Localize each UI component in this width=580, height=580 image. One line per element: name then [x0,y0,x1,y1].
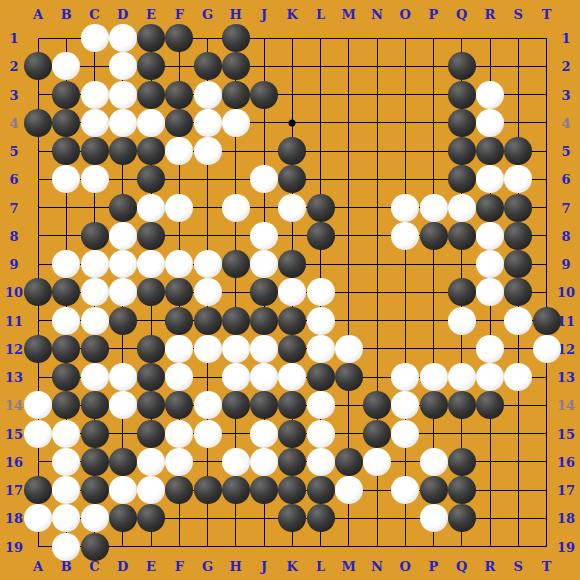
stone-white-D8[interactable] [109,222,137,250]
stone-white-H13[interactable] [222,363,250,391]
stone-white-B15[interactable] [52,420,80,448]
stone-black-P17[interactable] [420,476,448,504]
stone-white-F15[interactable] [165,420,193,448]
col-label-top-R: R [485,8,496,21]
stone-white-C1[interactable] [81,24,109,52]
row-label-left-6: 6 [9,173,18,186]
row-label-left-3: 3 [9,88,18,101]
stone-black-J10[interactable] [250,278,278,306]
stone-black-Q6[interactable] [448,165,476,193]
row-label-right-4: 4 [561,116,570,129]
stone-black-M16[interactable] [335,448,363,476]
stone-white-H4[interactable] [222,109,250,137]
stone-black-D11[interactable] [109,307,137,335]
stone-black-J11[interactable] [250,307,278,335]
stone-black-P8[interactable] [420,222,448,250]
stone-black-K15[interactable] [278,420,306,448]
row-label-right-3: 3 [561,88,570,101]
stone-black-K11[interactable] [278,307,306,335]
stone-white-O17[interactable] [391,476,419,504]
stone-white-J8[interactable] [250,222,278,250]
stone-black-C16[interactable] [81,448,109,476]
stone-white-H7[interactable] [222,194,250,222]
stone-white-L11[interactable] [307,307,335,335]
stone-white-C13[interactable] [81,363,109,391]
stone-black-C14[interactable] [81,391,109,419]
stone-black-K9[interactable] [278,250,306,278]
col-label-bottom-K: K [287,560,298,573]
stone-black-C15[interactable] [81,420,109,448]
col-label-top-Q: Q [456,8,467,21]
col-label-bottom-N: N [371,560,383,573]
stone-white-H12[interactable] [222,335,250,363]
stone-white-E16[interactable] [137,448,165,476]
stone-black-E5[interactable] [137,137,165,165]
stone-white-C11[interactable] [81,307,109,335]
stone-black-Q4[interactable] [448,109,476,137]
stone-white-G10[interactable] [194,278,222,306]
stone-black-K16[interactable] [278,448,306,476]
stone-black-Q8[interactable] [448,222,476,250]
stone-white-O15[interactable] [391,420,419,448]
col-label-bottom-B: B [61,560,72,573]
stone-black-B14[interactable] [52,391,80,419]
row-label-left-14: 14 [5,399,23,412]
stone-black-R14[interactable] [476,391,504,419]
stone-white-G9[interactable] [194,250,222,278]
stone-black-Q17[interactable] [448,476,476,504]
stone-white-J6[interactable] [250,165,278,193]
stone-black-Q14[interactable] [448,391,476,419]
col-label-bottom-Q: Q [456,560,467,573]
stone-white-L10[interactable] [307,278,335,306]
stone-white-E17[interactable] [137,476,165,504]
stone-white-J9[interactable] [250,250,278,278]
stone-black-D16[interactable] [109,448,137,476]
stone-white-B16[interactable] [52,448,80,476]
stone-white-B17[interactable] [52,476,80,504]
row-label-right-14: 14 [557,399,575,412]
stone-white-R3[interactable] [476,81,504,109]
col-label-bottom-T: T [542,560,552,573]
stone-white-T12[interactable] [533,335,561,363]
stone-black-K5[interactable] [278,137,306,165]
stone-black-E14[interactable] [137,391,165,419]
stone-black-E3[interactable] [137,81,165,109]
col-label-top-A: A [33,8,43,21]
col-label-bottom-R: R [485,560,496,573]
stone-white-R13[interactable] [476,363,504,391]
stone-black-F3[interactable] [165,81,193,109]
stone-white-D3[interactable] [109,81,137,109]
stone-black-R7[interactable] [476,194,504,222]
stone-white-S6[interactable] [504,165,532,193]
stone-white-G5[interactable] [194,137,222,165]
col-label-top-T: T [542,8,552,21]
stone-white-K13[interactable] [278,363,306,391]
stone-black-N14[interactable] [363,391,391,419]
stone-black-B3[interactable] [52,81,80,109]
stone-black-E1[interactable] [137,24,165,52]
stone-black-D7[interactable] [109,194,137,222]
stone-black-L17[interactable] [307,476,335,504]
stone-black-E2[interactable] [137,52,165,80]
stone-white-E9[interactable] [137,250,165,278]
stone-white-F9[interactable] [165,250,193,278]
stone-black-F11[interactable] [165,307,193,335]
stone-black-K6[interactable] [278,165,306,193]
row-label-right-18: 18 [557,512,575,525]
grid-hline [38,546,548,547]
stone-black-F4[interactable] [165,109,193,137]
stone-black-A10[interactable] [24,278,52,306]
stone-white-Q11[interactable] [448,307,476,335]
stone-white-C6[interactable] [81,165,109,193]
col-label-top-B: B [61,8,72,21]
stone-black-E10[interactable] [137,278,165,306]
stone-white-C3[interactable] [81,81,109,109]
stone-black-G17[interactable] [194,476,222,504]
row-label-right-16: 16 [557,455,575,468]
stone-white-C4[interactable] [81,109,109,137]
grid-vline [546,38,547,548]
col-label-bottom-F: F [175,560,184,573]
stone-white-Q13[interactable] [448,363,476,391]
stone-white-C18[interactable] [81,504,109,532]
stone-white-D14[interactable] [109,391,137,419]
stone-white-O14[interactable] [391,391,419,419]
stone-white-B19[interactable] [52,533,80,561]
stone-black-B4[interactable] [52,109,80,137]
stone-white-D10[interactable] [109,278,137,306]
stone-black-F1[interactable] [165,24,193,52]
col-label-bottom-J: J [261,560,267,573]
stone-white-N16[interactable] [363,448,391,476]
col-label-bottom-D: D [117,560,128,573]
stone-white-E4[interactable] [137,109,165,137]
stone-white-F13[interactable] [165,363,193,391]
stone-black-E8[interactable] [137,222,165,250]
stone-black-S8[interactable] [504,222,532,250]
row-label-right-10: 10 [557,286,575,299]
col-label-top-P: P [429,8,439,21]
stone-white-L12[interactable] [307,335,335,363]
row-label-right-15: 15 [557,427,575,440]
col-label-top-O: O [400,8,411,21]
col-label-top-F: F [175,8,184,21]
col-label-bottom-P: P [429,560,439,573]
stone-black-D5[interactable] [109,137,137,165]
grid-vline [405,38,406,548]
stone-black-B12[interactable] [52,335,80,363]
col-label-top-D: D [117,8,128,21]
col-label-top-H: H [230,8,242,21]
stone-white-G4[interactable] [194,109,222,137]
stone-white-D1[interactable] [109,24,137,52]
stone-black-A4[interactable] [24,109,52,137]
row-label-right-6: 6 [561,173,570,186]
stone-white-B11[interactable] [52,307,80,335]
stone-white-S13[interactable] [504,363,532,391]
stone-white-H16[interactable] [222,448,250,476]
col-label-top-J: J [261,8,267,21]
stone-black-Q18[interactable] [448,504,476,532]
stone-black-E12[interactable] [137,335,165,363]
row-label-right-17: 17 [557,484,575,497]
col-label-top-C: C [89,8,99,21]
stone-white-E7[interactable] [137,194,165,222]
row-label-left-4: 4 [9,116,18,129]
stone-black-S10[interactable] [504,278,532,306]
stone-black-Q10[interactable] [448,278,476,306]
stone-black-A2[interactable] [24,52,52,80]
stone-white-C10[interactable] [81,278,109,306]
stone-white-J16[interactable] [250,448,278,476]
stone-white-D17[interactable] [109,476,137,504]
go-board: AABBCCDDEEFFGGHHJJKKLLMMNNOOPPQQRRSSTT11… [0,0,580,580]
stone-black-F14[interactable] [165,391,193,419]
stone-white-R8[interactable] [476,222,504,250]
stone-white-O13[interactable] [391,363,419,391]
stone-white-G15[interactable] [194,420,222,448]
stone-black-F10[interactable] [165,278,193,306]
stone-black-G11[interactable] [194,307,222,335]
stone-black-L7[interactable] [307,194,335,222]
stone-black-Q3[interactable] [448,81,476,109]
stone-white-L14[interactable] [307,391,335,419]
col-label-bottom-L: L [316,560,325,573]
stone-black-J17[interactable] [250,476,278,504]
stone-white-K10[interactable] [278,278,306,306]
row-label-right-1: 1 [561,32,570,45]
stone-white-O7[interactable] [391,194,419,222]
col-label-bottom-M: M [342,560,356,573]
stone-black-H9[interactable] [222,250,250,278]
stone-white-M17[interactable] [335,476,363,504]
row-label-right-7: 7 [561,201,570,214]
stone-black-E6[interactable] [137,165,165,193]
stone-white-D4[interactable] [109,109,137,137]
stone-black-R5[interactable] [476,137,504,165]
stone-black-K14[interactable] [278,391,306,419]
stone-black-B10[interactable] [52,278,80,306]
stone-white-F5[interactable] [165,137,193,165]
row-label-right-2: 2 [561,60,570,73]
stone-white-P7[interactable] [420,194,448,222]
stone-black-G2[interactable] [194,52,222,80]
stone-white-A14[interactable] [24,391,52,419]
stone-white-Q7[interactable] [448,194,476,222]
stone-white-K7[interactable] [278,194,306,222]
stone-black-P14[interactable] [420,391,448,419]
row-label-left-1: 1 [9,32,18,45]
stone-white-R4[interactable] [476,109,504,137]
stone-black-C8[interactable] [81,222,109,250]
stone-black-S9[interactable] [504,250,532,278]
col-label-bottom-G: G [202,560,213,573]
stone-white-M12[interactable] [335,335,363,363]
stone-white-F7[interactable] [165,194,193,222]
stone-white-P13[interactable] [420,363,448,391]
stone-white-F12[interactable] [165,335,193,363]
stone-white-B18[interactable] [52,504,80,532]
stone-white-J12[interactable] [250,335,278,363]
stone-white-D13[interactable] [109,363,137,391]
stone-black-C17[interactable] [81,476,109,504]
stone-white-C9[interactable] [81,250,109,278]
stone-black-C5[interactable] [81,137,109,165]
stone-white-O8[interactable] [391,222,419,250]
stone-black-Q16[interactable] [448,448,476,476]
row-label-left-13: 13 [5,371,23,384]
row-label-left-9: 9 [9,258,18,271]
stone-black-L18[interactable] [307,504,335,532]
stone-white-R12[interactable] [476,335,504,363]
row-label-left-5: 5 [9,145,18,158]
stone-white-B2[interactable] [52,52,80,80]
stone-black-H3[interactable] [222,81,250,109]
stone-black-H11[interactable] [222,307,250,335]
col-label-bottom-E: E [146,560,156,573]
col-label-bottom-S: S [514,560,523,573]
col-label-bottom-A: A [33,560,43,573]
stone-black-A12[interactable] [24,335,52,363]
stone-black-B5[interactable] [52,137,80,165]
stone-black-Q5[interactable] [448,137,476,165]
hoshi-point-K4 [289,119,296,126]
stone-white-D9[interactable] [109,250,137,278]
row-label-left-17: 17 [5,484,23,497]
stone-white-L16[interactable] [307,448,335,476]
stone-white-B6[interactable] [52,165,80,193]
stone-black-L13[interactable] [307,363,335,391]
row-label-right-5: 5 [561,145,570,158]
stone-white-R10[interactable] [476,278,504,306]
stone-white-A18[interactable] [24,504,52,532]
row-label-left-2: 2 [9,60,18,73]
stone-black-E15[interactable] [137,420,165,448]
stone-black-J14[interactable] [250,391,278,419]
stone-black-E18[interactable] [137,504,165,532]
stone-black-A17[interactable] [24,476,52,504]
col-label-top-G: G [202,8,213,21]
stone-black-S7[interactable] [504,194,532,222]
row-label-right-8: 8 [561,229,570,242]
col-label-top-S: S [514,8,523,21]
col-label-top-K: K [287,8,298,21]
row-label-left-10: 10 [5,286,23,299]
row-label-right-19: 19 [557,540,575,553]
stone-black-K18[interactable] [278,504,306,532]
row-label-left-12: 12 [5,342,23,355]
stone-white-B9[interactable] [52,250,80,278]
col-label-bottom-H: H [230,560,242,573]
col-label-bottom-O: O [400,560,411,573]
stone-black-D18[interactable] [109,504,137,532]
stone-white-G12[interactable] [194,335,222,363]
stone-black-H14[interactable] [222,391,250,419]
stone-white-R9[interactable] [476,250,504,278]
stone-black-K12[interactable] [278,335,306,363]
col-label-top-E: E [146,8,156,21]
stone-black-T11[interactable] [533,307,561,335]
stone-white-S11[interactable] [504,307,532,335]
row-label-left-16: 16 [5,455,23,468]
stone-white-P18[interactable] [420,504,448,532]
stone-white-P16[interactable] [420,448,448,476]
row-label-right-13: 13 [557,371,575,384]
stone-black-M13[interactable] [335,363,363,391]
col-label-top-M: M [342,8,356,21]
stone-black-Q2[interactable] [448,52,476,80]
stone-white-J15[interactable] [250,420,278,448]
row-label-left-7: 7 [9,201,18,214]
stone-white-J13[interactable] [250,363,278,391]
stone-black-N15[interactable] [363,420,391,448]
stone-black-S5[interactable] [504,137,532,165]
row-label-left-18: 18 [5,512,23,525]
stone-white-R6[interactable] [476,165,504,193]
stone-white-D2[interactable] [109,52,137,80]
stone-white-G14[interactable] [194,391,222,419]
stone-black-K17[interactable] [278,476,306,504]
col-label-top-L: L [316,8,325,21]
stone-black-F17[interactable] [165,476,193,504]
row-label-right-9: 9 [561,258,570,271]
stone-black-H2[interactable] [222,52,250,80]
stone-black-L8[interactable] [307,222,335,250]
stone-black-H1[interactable] [222,24,250,52]
stone-white-G3[interactable] [194,81,222,109]
row-label-left-15: 15 [5,427,23,440]
stone-white-F16[interactable] [165,448,193,476]
stone-black-H17[interactable] [222,476,250,504]
stone-black-E13[interactable] [137,363,165,391]
stone-white-L15[interactable] [307,420,335,448]
row-label-left-8: 8 [9,229,18,242]
col-label-bottom-C: C [89,560,99,573]
row-label-left-19: 19 [5,540,23,553]
col-label-top-N: N [371,8,383,21]
stone-black-C19[interactable] [81,533,109,561]
row-label-left-11: 11 [5,314,23,327]
stone-black-J3[interactable] [250,81,278,109]
stone-black-B13[interactable] [52,363,80,391]
stone-white-A15[interactable] [24,420,52,448]
stone-black-C12[interactable] [81,335,109,363]
